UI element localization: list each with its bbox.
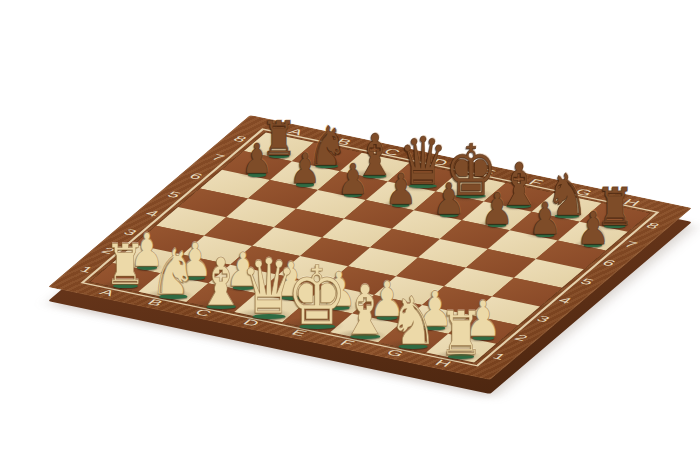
pawn-glyph: ♟: [337, 158, 369, 200]
rank-label-right-5: 5: [578, 277, 597, 286]
pawn-glyph: ♟: [242, 139, 273, 180]
pawn-glyph: ♟: [385, 168, 417, 211]
rank-label-right-3: 3: [534, 314, 553, 323]
rank-label-right-7: 7: [622, 240, 641, 249]
rank-label-left-1: 1: [77, 265, 96, 274]
rank-label-right-8: 8: [644, 221, 663, 230]
rook-glyph: ♜: [105, 238, 147, 294]
pawn-glyph: ♟: [576, 206, 609, 251]
rank-label-left-4: 4: [143, 209, 162, 218]
pawn-glyph: ♟: [480, 187, 513, 231]
pawn-glyph: ♟: [289, 149, 320, 191]
scene: AA11BB22CC33DD44EE55FF66GG77HH88 ♜♞♝♛♚♝♞…: [0, 0, 700, 460]
rank-label-right-6: 6: [600, 258, 619, 267]
rook-glyph: ♜: [439, 304, 484, 364]
rank-label-right-2: 2: [512, 333, 531, 342]
rank-label-left-5: 5: [165, 190, 184, 199]
rank-label-right-4: 4: [556, 296, 575, 305]
knight-glyph: ♞: [388, 288, 438, 355]
rank-label-right-1: 1: [490, 352, 509, 361]
rank-label-left-6: 6: [187, 171, 206, 180]
pawn-glyph: ♟: [528, 197, 561, 241]
bishop-glyph: ♝: [340, 277, 391, 345]
knight-glyph: ♞: [150, 241, 197, 304]
bishop-glyph: ♝: [197, 249, 246, 315]
rank-label-left-7: 7: [209, 153, 228, 162]
pawn-glyph: ♟: [433, 177, 465, 220]
